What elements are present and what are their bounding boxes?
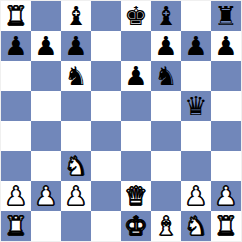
square-h8[interactable]: ♜ bbox=[211, 1, 241, 31]
piece-white-pawn[interactable]: ♟ bbox=[184, 183, 207, 209]
square-b2[interactable]: ♟ bbox=[31, 181, 61, 211]
square-e5[interactable] bbox=[121, 91, 151, 121]
square-d1[interactable] bbox=[91, 211, 121, 241]
square-d7[interactable] bbox=[91, 31, 121, 61]
piece-black-pawn[interactable]: ♟ bbox=[4, 33, 27, 59]
chess-board: ♜♝♚♝♜♟♟♟♟♟♟♞♟♞♛♞♟♟♟♛♟♟♜♚♝♞♜ bbox=[0, 0, 242, 242]
square-a2[interactable]: ♟ bbox=[1, 181, 31, 211]
square-c7[interactable]: ♟ bbox=[61, 31, 91, 61]
square-c2[interactable]: ♟ bbox=[61, 181, 91, 211]
square-a1[interactable]: ♜ bbox=[1, 211, 31, 241]
square-c3[interactable]: ♞ bbox=[61, 151, 91, 181]
square-g2[interactable]: ♟ bbox=[181, 181, 211, 211]
square-f2[interactable] bbox=[151, 181, 181, 211]
piece-black-pawn[interactable]: ♟ bbox=[64, 33, 87, 59]
piece-black-knight[interactable]: ♞ bbox=[154, 63, 177, 89]
square-h7[interactable]: ♟ bbox=[211, 31, 241, 61]
square-d4[interactable] bbox=[91, 121, 121, 151]
square-a6[interactable] bbox=[1, 61, 31, 91]
square-b5[interactable] bbox=[31, 91, 61, 121]
piece-black-king[interactable]: ♚ bbox=[124, 3, 147, 29]
piece-white-knight[interactable]: ♞ bbox=[184, 213, 207, 239]
square-b4[interactable] bbox=[31, 121, 61, 151]
square-f3[interactable] bbox=[151, 151, 181, 181]
square-g8[interactable] bbox=[181, 1, 211, 31]
piece-black-rook[interactable]: ♜ bbox=[214, 3, 237, 29]
square-a7[interactable]: ♟ bbox=[1, 31, 31, 61]
square-b7[interactable]: ♟ bbox=[31, 31, 61, 61]
square-f4[interactable] bbox=[151, 121, 181, 151]
square-f8[interactable]: ♝ bbox=[151, 1, 181, 31]
square-c6[interactable]: ♞ bbox=[61, 61, 91, 91]
square-c5[interactable] bbox=[61, 91, 91, 121]
piece-black-pawn[interactable]: ♟ bbox=[124, 63, 147, 89]
square-d8[interactable] bbox=[91, 1, 121, 31]
piece-white-rook[interactable]: ♜ bbox=[214, 213, 237, 239]
piece-white-queen[interactable]: ♛ bbox=[124, 183, 147, 209]
square-b6[interactable] bbox=[31, 61, 61, 91]
square-d2[interactable] bbox=[91, 181, 121, 211]
piece-white-knight[interactable]: ♞ bbox=[64, 153, 87, 179]
square-d3[interactable] bbox=[91, 151, 121, 181]
piece-black-queen[interactable]: ♛ bbox=[184, 93, 207, 119]
square-f6[interactable]: ♞ bbox=[151, 61, 181, 91]
piece-white-pawn[interactable]: ♟ bbox=[4, 183, 27, 209]
piece-black-pawn[interactable]: ♟ bbox=[214, 33, 237, 59]
square-h6[interactable] bbox=[211, 61, 241, 91]
piece-white-king[interactable]: ♚ bbox=[124, 213, 147, 239]
square-g6[interactable] bbox=[181, 61, 211, 91]
square-e1[interactable]: ♚ bbox=[121, 211, 151, 241]
square-e3[interactable] bbox=[121, 151, 151, 181]
square-a5[interactable] bbox=[1, 91, 31, 121]
piece-white-pawn[interactable]: ♟ bbox=[64, 183, 87, 209]
piece-white-pawn[interactable]: ♟ bbox=[214, 183, 237, 209]
piece-black-pawn[interactable]: ♟ bbox=[154, 33, 177, 59]
square-e6[interactable]: ♟ bbox=[121, 61, 151, 91]
square-g7[interactable]: ♟ bbox=[181, 31, 211, 61]
piece-white-rook[interactable]: ♜ bbox=[4, 213, 27, 239]
piece-white-pawn[interactable]: ♟ bbox=[34, 183, 57, 209]
square-g3[interactable] bbox=[181, 151, 211, 181]
square-b8[interactable] bbox=[31, 1, 61, 31]
square-g4[interactable] bbox=[181, 121, 211, 151]
square-c4[interactable] bbox=[61, 121, 91, 151]
square-b1[interactable] bbox=[31, 211, 61, 241]
square-f7[interactable]: ♟ bbox=[151, 31, 181, 61]
square-e8[interactable]: ♚ bbox=[121, 1, 151, 31]
square-g1[interactable]: ♞ bbox=[181, 211, 211, 241]
square-f1[interactable]: ♝ bbox=[151, 211, 181, 241]
square-h2[interactable]: ♟ bbox=[211, 181, 241, 211]
square-h5[interactable] bbox=[211, 91, 241, 121]
square-d5[interactable] bbox=[91, 91, 121, 121]
piece-white-bishop[interactable]: ♝ bbox=[154, 213, 177, 239]
piece-white-rook[interactable]: ♜ bbox=[4, 3, 27, 29]
square-e7[interactable] bbox=[121, 31, 151, 61]
square-a8[interactable]: ♜ bbox=[1, 1, 31, 31]
piece-black-bishop[interactable]: ♝ bbox=[154, 3, 177, 29]
piece-black-knight[interactable]: ♞ bbox=[64, 63, 87, 89]
square-e2[interactable]: ♛ bbox=[121, 181, 151, 211]
piece-black-pawn[interactable]: ♟ bbox=[184, 33, 207, 59]
square-e4[interactable] bbox=[121, 121, 151, 151]
square-c8[interactable]: ♝ bbox=[61, 1, 91, 31]
piece-black-bishop[interactable]: ♝ bbox=[64, 3, 87, 29]
square-d6[interactable] bbox=[91, 61, 121, 91]
square-h3[interactable] bbox=[211, 151, 241, 181]
square-h1[interactable]: ♜ bbox=[211, 211, 241, 241]
square-c1[interactable] bbox=[61, 211, 91, 241]
square-f5[interactable] bbox=[151, 91, 181, 121]
square-a3[interactable] bbox=[1, 151, 31, 181]
piece-black-pawn[interactable]: ♟ bbox=[34, 33, 57, 59]
square-g5[interactable]: ♛ bbox=[181, 91, 211, 121]
square-h4[interactable] bbox=[211, 121, 241, 151]
square-a4[interactable] bbox=[1, 121, 31, 151]
square-b3[interactable] bbox=[31, 151, 61, 181]
